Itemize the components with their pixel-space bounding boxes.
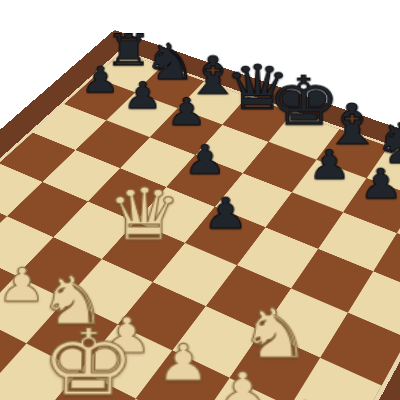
black-pawn-e5[interactable]: ♟	[203, 192, 249, 235]
black-pawn-f7[interactable]: ♟	[307, 145, 351, 185]
square-e1[interactable]: ♚	[38, 370, 135, 400]
board-perspective-wrapper: ♜♞♝♛♚♝♞♜♟♟♟♟♟♟♟♟♛♞♟♟♟♞♟♟♟♟♜♝♚♜	[0, 30, 400, 400]
black-pawn-c7[interactable]: ♟	[166, 93, 207, 131]
black-pawn-a7[interactable]: ♟	[80, 62, 120, 98]
white-pawn-h2[interactable]: ♟	[277, 395, 333, 400]
white-knight-g3[interactable]: ♞	[239, 299, 311, 368]
black-pawn-g7[interactable]: ♟	[358, 163, 400, 204]
white-bishop-c1[interactable]: ♝	[0, 283, 18, 354]
white-king-e1[interactable]: ♚	[39, 317, 136, 400]
chess-board: ♜♞♝♛♚♝♞♜♟♟♟♟♟♟♟♟♛♞♟♟♟♞♟♟♟♟♜♝♚♜	[0, 30, 400, 400]
black-pawn-d6[interactable]: ♟	[183, 140, 226, 180]
chess-set-photo: ♜♞♝♛♚♝♞♜♟♟♟♟♟♟♟♟♛♞♟♟♟♞♟♟♟♟♜♝♚♜	[0, 0, 400, 400]
white-pawn-g2[interactable]: ♟	[216, 365, 270, 400]
black-pawn-b7[interactable]: ♟	[122, 77, 162, 114]
white-pawn-f2[interactable]: ♟	[157, 338, 210, 389]
white-queen-d4[interactable]: ♛	[105, 179, 182, 251]
board-grid: ♜♞♝♛♚♝♞♜♟♟♟♟♟♟♟♟♛♞♟♟♟♞♟♟♟♟♜♝♚♜	[0, 49, 400, 400]
